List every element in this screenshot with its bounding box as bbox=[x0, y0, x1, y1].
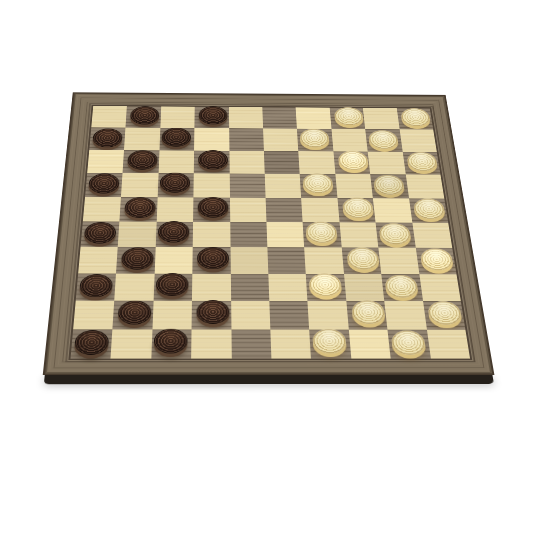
board-square-r3c4[interactable] bbox=[194, 150, 229, 173]
draughts-board bbox=[43, 92, 495, 375]
light-man[interactable] bbox=[342, 197, 374, 218]
board-square-r5c9[interactable] bbox=[373, 198, 412, 223]
board-square-r2c8[interactable] bbox=[331, 129, 367, 151]
dark-man[interactable] bbox=[197, 300, 230, 324]
board-square-r5c4[interactable] bbox=[193, 197, 230, 222]
light-man[interactable] bbox=[351, 301, 386, 325]
light-man[interactable] bbox=[308, 273, 342, 296]
light-man[interactable] bbox=[391, 330, 427, 355]
board-square-r5c8[interactable] bbox=[337, 198, 375, 223]
board-square-r3c7[interactable] bbox=[299, 151, 336, 174]
board-square-r7c10[interactable] bbox=[415, 248, 456, 274]
board-square-r2c5[interactable] bbox=[229, 128, 264, 150]
board-square-r5c1[interactable] bbox=[83, 197, 121, 222]
light-man[interactable] bbox=[302, 174, 333, 194]
board-square-r9c4[interactable] bbox=[192, 301, 231, 329]
dark-man[interactable] bbox=[160, 173, 191, 193]
board-square-r8c10[interactable] bbox=[419, 274, 461, 301]
board-square-r6c1[interactable] bbox=[81, 221, 120, 247]
light-man[interactable] bbox=[305, 222, 337, 243]
board-square-r6c5[interactable] bbox=[230, 222, 267, 248]
board-square-r6c7[interactable] bbox=[303, 222, 342, 247]
product-photo-scene bbox=[0, 0, 540, 540]
board-square-r6c8[interactable] bbox=[339, 222, 378, 247]
dark-man[interactable] bbox=[199, 150, 229, 169]
light-man[interactable] bbox=[406, 152, 438, 171]
board-square-r8c8[interactable] bbox=[344, 274, 385, 301]
board-square-r2c2[interactable] bbox=[124, 128, 160, 150]
board-square-r6c2[interactable] bbox=[118, 222, 156, 248]
board-square-r1c7[interactable] bbox=[296, 107, 331, 129]
dark-man[interactable] bbox=[197, 247, 229, 269]
board-square-r7c3[interactable] bbox=[154, 247, 192, 273]
board-square-r1c2[interactable] bbox=[126, 106, 161, 128]
board-square-r7c7[interactable] bbox=[305, 248, 344, 274]
board-square-r2c3[interactable] bbox=[159, 128, 194, 150]
board-square-r6c6[interactable] bbox=[266, 222, 304, 247]
dark-man[interactable] bbox=[156, 273, 189, 296]
board-square-r9c9[interactable] bbox=[384, 301, 426, 329]
dark-man[interactable] bbox=[84, 222, 117, 244]
board-square-r10c3[interactable] bbox=[151, 329, 192, 358]
board-square-r1c4[interactable] bbox=[195, 107, 229, 129]
dark-man[interactable] bbox=[198, 197, 229, 218]
board-square-r10c1[interactable] bbox=[71, 329, 113, 358]
board-square-r7c2[interactable] bbox=[116, 247, 155, 273]
board-square-r4c7[interactable] bbox=[300, 174, 337, 198]
board-square-r9c2[interactable] bbox=[113, 301, 154, 329]
board-square-r4c1[interactable] bbox=[85, 173, 123, 197]
dark-man[interactable] bbox=[88, 174, 120, 194]
board-square-r10c10[interactable] bbox=[427, 329, 471, 358]
board-square-r3c10[interactable] bbox=[402, 152, 440, 175]
board-square-r2c4[interactable] bbox=[194, 128, 229, 150]
board-square-r7c1[interactable] bbox=[78, 247, 118, 274]
board-square-r4c8[interactable] bbox=[335, 174, 373, 198]
board-square-r3c1[interactable] bbox=[87, 150, 124, 173]
board-square-r10c7[interactable] bbox=[310, 329, 352, 358]
board-square-r9c6[interactable] bbox=[269, 301, 309, 329]
board-square-r5c5[interactable] bbox=[230, 197, 267, 222]
light-man[interactable] bbox=[427, 301, 463, 325]
dark-man[interactable] bbox=[158, 221, 190, 242]
board-square-r9c1[interactable] bbox=[73, 301, 114, 329]
board-square-r10c2[interactable] bbox=[111, 329, 152, 358]
board-square-r6c3[interactable] bbox=[156, 222, 194, 248]
board-square-r2c9[interactable] bbox=[365, 129, 402, 151]
dark-man[interactable] bbox=[92, 128, 123, 147]
board-square-r4c10[interactable] bbox=[405, 175, 444, 199]
board-square-r3c9[interactable] bbox=[368, 151, 406, 174]
board-square-r1c9[interactable] bbox=[363, 108, 399, 130]
board-square-r1c3[interactable] bbox=[160, 106, 195, 128]
dark-man[interactable] bbox=[124, 197, 156, 218]
dark-man[interactable] bbox=[161, 128, 191, 147]
board-square-r5c6[interactable] bbox=[266, 198, 303, 223]
board-square-r8c2[interactable] bbox=[115, 273, 155, 300]
board-square-r4c6[interactable] bbox=[265, 174, 302, 198]
board-square-r8c3[interactable] bbox=[153, 274, 192, 301]
board-square-r6c9[interactable] bbox=[376, 223, 416, 248]
board-square-r5c2[interactable] bbox=[120, 197, 158, 222]
board-square-r7c5[interactable] bbox=[230, 247, 268, 273]
light-man[interactable] bbox=[419, 248, 453, 270]
board-square-r1c6[interactable] bbox=[262, 107, 297, 129]
dark-man[interactable] bbox=[127, 150, 158, 169]
board-square-r9c3[interactable] bbox=[152, 301, 192, 329]
light-man[interactable] bbox=[379, 223, 412, 244]
board-square-r4c3[interactable] bbox=[157, 173, 193, 197]
board-square-r2c10[interactable] bbox=[399, 130, 436, 152]
board-square-r5c7[interactable] bbox=[301, 198, 339, 223]
light-man[interactable] bbox=[412, 198, 445, 219]
light-man[interactable] bbox=[299, 128, 329, 147]
light-man[interactable] bbox=[346, 247, 380, 269]
board-square-r6c10[interactable] bbox=[412, 223, 452, 248]
board-grid bbox=[71, 106, 471, 359]
board-square-r9c7[interactable] bbox=[308, 301, 349, 329]
light-man[interactable] bbox=[373, 175, 405, 195]
dark-man[interactable] bbox=[154, 329, 188, 354]
board-square-r2c1[interactable] bbox=[89, 128, 125, 151]
light-man[interactable] bbox=[400, 108, 431, 126]
board-square-r10c5[interactable] bbox=[231, 329, 271, 358]
board-square-r2c7[interactable] bbox=[297, 129, 333, 151]
board-square-r7c4[interactable] bbox=[193, 247, 231, 273]
board-square-r9c8[interactable] bbox=[346, 301, 387, 329]
dark-man[interactable] bbox=[117, 301, 151, 325]
board-square-r4c5[interactable] bbox=[229, 174, 265, 198]
board-square-r3c8[interactable] bbox=[333, 151, 370, 174]
board-square-r10c6[interactable] bbox=[270, 329, 311, 358]
dark-man[interactable] bbox=[199, 106, 228, 124]
light-man[interactable] bbox=[368, 130, 399, 149]
board-frame bbox=[43, 92, 495, 375]
board-square-r8c5[interactable] bbox=[230, 274, 269, 301]
light-man[interactable] bbox=[312, 329, 347, 354]
dark-man[interactable] bbox=[79, 274, 113, 297]
board-square-r7c8[interactable] bbox=[342, 248, 382, 274]
board-square-r8c7[interactable] bbox=[306, 274, 346, 301]
board-square-r8c1[interactable] bbox=[76, 273, 117, 300]
board-square-r5c10[interactable] bbox=[409, 198, 449, 223]
board-square-r1c10[interactable] bbox=[396, 108, 433, 130]
dark-man[interactable] bbox=[130, 106, 160, 124]
board-square-r10c8[interactable] bbox=[349, 329, 391, 358]
board-square-r4c2[interactable] bbox=[121, 173, 158, 197]
board-square-r3c3[interactable] bbox=[158, 150, 194, 173]
board-square-r4c9[interactable] bbox=[370, 174, 408, 198]
board-square-r10c9[interactable] bbox=[388, 329, 431, 358]
board-square-r1c1[interactable] bbox=[91, 106, 127, 128]
board-square-r2c6[interactable] bbox=[263, 129, 299, 151]
light-man[interactable] bbox=[334, 107, 364, 125]
board-square-r9c10[interactable] bbox=[423, 301, 466, 329]
dark-man[interactable] bbox=[121, 247, 154, 269]
board-square-r4c4[interactable] bbox=[194, 173, 230, 197]
board-square-r8c4[interactable] bbox=[192, 274, 231, 301]
board-square-r9c5[interactable] bbox=[231, 301, 271, 329]
board-square-r1c5[interactable] bbox=[229, 107, 263, 129]
board-square-r6c4[interactable] bbox=[193, 222, 230, 248]
board-square-r3c5[interactable] bbox=[229, 151, 265, 174]
board-square-r3c2[interactable] bbox=[123, 150, 159, 173]
board-square-r7c6[interactable] bbox=[267, 247, 306, 273]
board-square-r10c4[interactable] bbox=[191, 329, 231, 358]
board-square-r1c8[interactable] bbox=[329, 108, 365, 130]
board-square-r8c6[interactable] bbox=[268, 274, 307, 301]
light-man[interactable] bbox=[385, 275, 420, 298]
board-square-r8c9[interactable] bbox=[381, 274, 422, 301]
board-square-r5c3[interactable] bbox=[157, 197, 194, 222]
board-square-r7c9[interactable] bbox=[379, 248, 419, 274]
light-man[interactable] bbox=[338, 151, 369, 170]
board-square-r3c6[interactable] bbox=[264, 151, 300, 174]
dark-man[interactable] bbox=[74, 330, 110, 355]
